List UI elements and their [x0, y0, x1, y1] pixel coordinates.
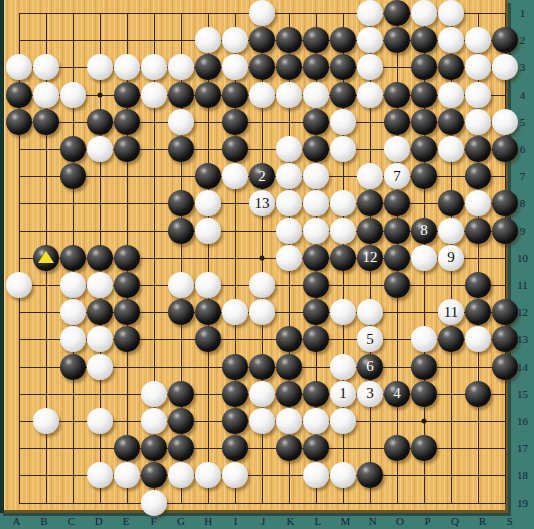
black-stone-G9[interactable]: [168, 218, 194, 244]
column-label-P: P: [418, 513, 438, 529]
white-stone-L9[interactable]: [303, 218, 329, 244]
white-stone-L18[interactable]: [303, 462, 329, 488]
white-stone-Q4[interactable]: [438, 82, 464, 108]
black-stone-A5[interactable]: [6, 109, 32, 135]
black-stone-O9[interactable]: [384, 218, 410, 244]
white-stone-D14[interactable]: [87, 354, 113, 380]
black-stone-I6[interactable]: [222, 136, 248, 162]
black-stone-K17[interactable]: [276, 435, 302, 461]
white-stone-G18[interactable]: [168, 462, 194, 488]
row-label-12: 12: [511, 305, 534, 319]
white-stone-K10[interactable]: [276, 245, 302, 271]
black-stone-D5[interactable]: [87, 109, 113, 135]
black-stone-G16[interactable]: [168, 408, 194, 434]
white-stone-L16[interactable]: [303, 408, 329, 434]
black-stone-H3[interactable]: [195, 54, 221, 80]
white-stone-R2[interactable]: [465, 27, 491, 53]
white-stone-K4[interactable]: [276, 82, 302, 108]
row-label-8: 8: [511, 196, 534, 210]
black-stone-N18[interactable]: [357, 462, 383, 488]
black-stone-J3[interactable]: [249, 54, 275, 80]
black-stone-R9[interactable]: [465, 218, 491, 244]
black-stone-G8[interactable]: [168, 190, 194, 216]
black-stone-G17[interactable]: [168, 435, 194, 461]
black-stone-L10[interactable]: [303, 245, 329, 271]
white-stone-K7[interactable]: [276, 163, 302, 189]
black-stone-K2[interactable]: [276, 27, 302, 53]
grid-line-vertical: [505, 13, 506, 504]
white-stone-M15[interactable]: 1: [330, 381, 356, 407]
move-number-label: 1: [339, 386, 347, 401]
black-stone-H12[interactable]: [195, 299, 221, 325]
white-stone-G11[interactable]: [168, 272, 194, 298]
move-number-label: 12: [363, 250, 378, 265]
white-stone-Q9[interactable]: [438, 218, 464, 244]
black-stone-E4[interactable]: [114, 82, 140, 108]
row-label-15: 15: [511, 387, 534, 401]
row-label-3: 3: [511, 60, 534, 74]
black-stone-P3[interactable]: [411, 54, 437, 80]
white-stone-L4[interactable]: [303, 82, 329, 108]
black-stone-N14[interactable]: 6: [357, 354, 383, 380]
star-point: [98, 92, 103, 97]
black-stone-R11[interactable]: [465, 272, 491, 298]
white-stone-N13[interactable]: 5: [357, 326, 383, 352]
black-stone-L2[interactable]: [303, 27, 329, 53]
white-stone-D3[interactable]: [87, 54, 113, 80]
black-stone-O10[interactable]: [384, 245, 410, 271]
black-stone-Q3[interactable]: [438, 54, 464, 80]
white-stone-Q6[interactable]: [438, 136, 464, 162]
column-label-K: K: [281, 513, 301, 529]
black-stone-C7[interactable]: [60, 163, 86, 189]
move-number-label: 9: [447, 250, 455, 265]
white-stone-N7[interactable]: [357, 163, 383, 189]
column-label-A: A: [7, 513, 27, 529]
black-stone-O8[interactable]: [384, 190, 410, 216]
black-stone-Q13[interactable]: [438, 326, 464, 352]
white-stone-K16[interactable]: [276, 408, 302, 434]
white-stone-H2[interactable]: [195, 27, 221, 53]
black-stone-N8[interactable]: [357, 190, 383, 216]
black-stone-K14[interactable]: [276, 354, 302, 380]
black-stone-I5[interactable]: [222, 109, 248, 135]
white-stone-K8[interactable]: [276, 190, 302, 216]
column-label-Q: Q: [445, 513, 465, 529]
row-label-13: 13: [511, 332, 534, 346]
white-stone-D16[interactable]: [87, 408, 113, 434]
white-stone-F15[interactable]: [141, 381, 167, 407]
column-label-F: F: [144, 513, 164, 529]
row-label-9: 9: [511, 224, 534, 238]
black-stone-O2[interactable]: [384, 27, 410, 53]
column-label-J: J: [253, 513, 273, 529]
white-stone-A3[interactable]: [6, 54, 32, 80]
white-stone-D11[interactable]: [87, 272, 113, 298]
black-stone-K3[interactable]: [276, 54, 302, 80]
black-stone-B5[interactable]: [33, 109, 59, 135]
white-stone-M9[interactable]: [330, 218, 356, 244]
white-stone-R4[interactable]: [465, 82, 491, 108]
column-label-G: G: [171, 513, 191, 529]
move-number-label: 4: [393, 386, 401, 401]
white-stone-M5[interactable]: [330, 109, 356, 135]
row-label-10: 10: [511, 251, 534, 265]
white-stone-G3[interactable]: [168, 54, 194, 80]
row-label-5: 5: [511, 115, 534, 129]
white-stone-N15[interactable]: 3: [357, 381, 383, 407]
black-stone-N9[interactable]: [357, 218, 383, 244]
white-stone-B4[interactable]: [33, 82, 59, 108]
black-stone-N10[interactable]: 12: [357, 245, 383, 271]
black-stone-E5[interactable]: [114, 109, 140, 135]
white-stone-R13[interactable]: [465, 326, 491, 352]
white-stone-E18[interactable]: [114, 462, 140, 488]
black-stone-O11[interactable]: [384, 272, 410, 298]
black-stone-L11[interactable]: [303, 272, 329, 298]
black-stone-O1[interactable]: [384, 0, 410, 26]
black-stone-I16[interactable]: [222, 408, 248, 434]
column-label-S: S: [500, 513, 520, 529]
black-stone-G15[interactable]: [168, 381, 194, 407]
black-stone-M3[interactable]: [330, 54, 356, 80]
row-label-1: 1: [511, 6, 534, 20]
black-stone-H4[interactable]: [195, 82, 221, 108]
black-stone-O17[interactable]: [384, 435, 410, 461]
grid-line-horizontal: [19, 503, 506, 504]
row-label-17: 17: [511, 441, 534, 455]
move-number-label: 2: [258, 169, 266, 184]
black-stone-E12[interactable]: [114, 299, 140, 325]
row-label-19: 19: [511, 496, 534, 510]
white-stone-A11[interactable]: [6, 272, 32, 298]
column-label-B: B: [34, 513, 54, 529]
white-stone-L7[interactable]: [303, 163, 329, 189]
white-stone-F16[interactable]: [141, 408, 167, 434]
white-stone-M8[interactable]: [330, 190, 356, 216]
black-stone-E11[interactable]: [114, 272, 140, 298]
white-stone-M14[interactable]: [330, 354, 356, 380]
column-label-I: I: [226, 513, 246, 529]
white-stone-C13[interactable]: [60, 326, 86, 352]
black-stone-P2[interactable]: [411, 27, 437, 53]
white-stone-P1[interactable]: [411, 0, 437, 26]
black-stone-R15[interactable]: [465, 381, 491, 407]
black-stone-O15[interactable]: 4: [384, 381, 410, 407]
white-stone-J8[interactable]: 13: [249, 190, 275, 216]
white-stone-M16[interactable]: [330, 408, 356, 434]
row-label-2: 2: [511, 33, 534, 47]
row-label-6: 6: [511, 142, 534, 156]
white-stone-F3[interactable]: [141, 54, 167, 80]
black-stone-P4[interactable]: [411, 82, 437, 108]
white-stone-H9[interactable]: [195, 218, 221, 244]
black-stone-B10[interactable]: [33, 245, 59, 271]
black-stone-K15[interactable]: [276, 381, 302, 407]
triangle-marker-icon: [38, 251, 54, 263]
black-stone-P6[interactable]: [411, 136, 437, 162]
black-stone-K13[interactable]: [276, 326, 302, 352]
white-stone-B16[interactable]: [33, 408, 59, 434]
row-label-11: 11: [511, 278, 534, 292]
black-stone-P7[interactable]: [411, 163, 437, 189]
black-stone-G4[interactable]: [168, 82, 194, 108]
white-stone-M12[interactable]: [330, 299, 356, 325]
row-label-18: 18: [511, 468, 534, 482]
go-board[interactable]: 271381291156134: [0, 0, 508, 513]
black-stone-P17[interactable]: [411, 435, 437, 461]
black-stone-C6[interactable]: [60, 136, 86, 162]
black-stone-L13[interactable]: [303, 326, 329, 352]
white-stone-F19[interactable]: [141, 490, 167, 516]
move-number-label: 7: [393, 169, 401, 184]
white-stone-R3[interactable]: [465, 54, 491, 80]
star-point: [422, 419, 427, 424]
black-stone-G12[interactable]: [168, 299, 194, 325]
white-stone-Q1[interactable]: [438, 0, 464, 26]
white-stone-D13[interactable]: [87, 326, 113, 352]
white-stone-P13[interactable]: [411, 326, 437, 352]
black-stone-F18[interactable]: [141, 462, 167, 488]
column-label-R: R: [472, 513, 492, 529]
white-stone-Q10[interactable]: 9: [438, 245, 464, 271]
white-stone-Q2[interactable]: [438, 27, 464, 53]
black-stone-L17[interactable]: [303, 435, 329, 461]
column-label-N: N: [363, 513, 383, 529]
white-stone-C12[interactable]: [60, 299, 86, 325]
black-stone-G6[interactable]: [168, 136, 194, 162]
black-stone-E10[interactable]: [114, 245, 140, 271]
black-stone-P9[interactable]: 8: [411, 218, 437, 244]
row-label-4: 4: [511, 88, 534, 102]
black-stone-P15[interactable]: [411, 381, 437, 407]
black-stone-R6[interactable]: [465, 136, 491, 162]
white-stone-M18[interactable]: [330, 462, 356, 488]
move-number-label: 11: [444, 305, 458, 320]
white-stone-J11[interactable]: [249, 272, 275, 298]
white-stone-I2[interactable]: [222, 27, 248, 53]
white-stone-K6[interactable]: [276, 136, 302, 162]
star-point: [260, 255, 265, 260]
move-number-label: 13: [255, 196, 270, 211]
move-number-label: 3: [366, 386, 374, 401]
black-stone-L12[interactable]: [303, 299, 329, 325]
row-label-14: 14: [511, 360, 534, 374]
move-number-label: 8: [420, 223, 428, 238]
white-stone-P10[interactable]: [411, 245, 437, 271]
column-label-L: L: [308, 513, 328, 529]
white-stone-E3[interactable]: [114, 54, 140, 80]
black-stone-D10[interactable]: [87, 245, 113, 271]
white-stone-H18[interactable]: [195, 462, 221, 488]
black-stone-H13[interactable]: [195, 326, 221, 352]
black-stone-L5[interactable]: [303, 109, 329, 135]
column-label-E: E: [116, 513, 136, 529]
black-stone-Q5[interactable]: [438, 109, 464, 135]
black-stone-E6[interactable]: [114, 136, 140, 162]
white-stone-Q12[interactable]: 11: [438, 299, 464, 325]
black-stone-I17[interactable]: [222, 435, 248, 461]
black-stone-O4[interactable]: [384, 82, 410, 108]
white-stone-N2[interactable]: [357, 27, 383, 53]
white-stone-I12[interactable]: [222, 299, 248, 325]
black-stone-D12[interactable]: [87, 299, 113, 325]
black-stone-M2[interactable]: [330, 27, 356, 53]
white-stone-L8[interactable]: [303, 190, 329, 216]
black-stone-E17[interactable]: [114, 435, 140, 461]
row-label-16: 16: [511, 414, 534, 428]
black-stone-J7[interactable]: 2: [249, 163, 275, 189]
white-stone-N4[interactable]: [357, 82, 383, 108]
white-stone-I18[interactable]: [222, 462, 248, 488]
black-stone-I14[interactable]: [222, 354, 248, 380]
black-stone-J14[interactable]: [249, 354, 275, 380]
white-stone-N3[interactable]: [357, 54, 383, 80]
row-label-7: 7: [511, 169, 534, 183]
white-stone-J15[interactable]: [249, 381, 275, 407]
white-stone-N1[interactable]: [357, 0, 383, 26]
black-stone-L3[interactable]: [303, 54, 329, 80]
white-stone-C4[interactable]: [60, 82, 86, 108]
white-stone-I7[interactable]: [222, 163, 248, 189]
white-stone-D18[interactable]: [87, 462, 113, 488]
black-stone-C10[interactable]: [60, 245, 86, 271]
black-stone-F17[interactable]: [141, 435, 167, 461]
black-stone-M4[interactable]: [330, 82, 356, 108]
black-stone-J2[interactable]: [249, 27, 275, 53]
white-stone-R8[interactable]: [465, 190, 491, 216]
black-stone-P5[interactable]: [411, 109, 437, 135]
black-stone-E13[interactable]: [114, 326, 140, 352]
white-stone-R5[interactable]: [465, 109, 491, 135]
white-stone-N12[interactable]: [357, 299, 383, 325]
white-stone-M6[interactable]: [330, 136, 356, 162]
white-stone-D6[interactable]: [87, 136, 113, 162]
white-stone-J1[interactable]: [249, 0, 275, 26]
black-stone-O5[interactable]: [384, 109, 410, 135]
move-number-label: 5: [366, 332, 374, 347]
white-stone-B3[interactable]: [33, 54, 59, 80]
black-stone-H7[interactable]: [195, 163, 221, 189]
white-stone-H8[interactable]: [195, 190, 221, 216]
black-stone-Q8[interactable]: [438, 190, 464, 216]
black-stone-A4[interactable]: [6, 82, 32, 108]
white-stone-I3[interactable]: [222, 54, 248, 80]
move-number-label: 6: [366, 359, 374, 374]
black-stone-P14[interactable]: [411, 354, 437, 380]
white-stone-K9[interactable]: [276, 218, 302, 244]
white-stone-O6[interactable]: [384, 136, 410, 162]
black-stone-C14[interactable]: [60, 354, 86, 380]
column-label-D: D: [89, 513, 109, 529]
column-label-M: M: [335, 513, 355, 529]
white-stone-C11[interactable]: [60, 272, 86, 298]
black-stone-I4[interactable]: [222, 82, 248, 108]
black-stone-L6[interactable]: [303, 136, 329, 162]
white-stone-H11[interactable]: [195, 272, 221, 298]
column-label-O: O: [390, 513, 410, 529]
black-stone-R12[interactable]: [465, 299, 491, 325]
black-stone-R7[interactable]: [465, 163, 491, 189]
column-label-C: C: [61, 513, 81, 529]
black-stone-M10[interactable]: [330, 245, 356, 271]
white-stone-J12[interactable]: [249, 299, 275, 325]
white-stone-J16[interactable]: [249, 408, 275, 434]
black-stone-L15[interactable]: [303, 381, 329, 407]
white-stone-O7[interactable]: 7: [384, 163, 410, 189]
column-label-H: H: [198, 513, 218, 529]
black-stone-I15[interactable]: [222, 381, 248, 407]
white-stone-G5[interactable]: [168, 109, 194, 135]
white-stone-F4[interactable]: [141, 82, 167, 108]
white-stone-J4[interactable]: [249, 82, 275, 108]
go-diagram-page: { "game": "go", "board_size": 19, "geome…: [0, 0, 534, 529]
